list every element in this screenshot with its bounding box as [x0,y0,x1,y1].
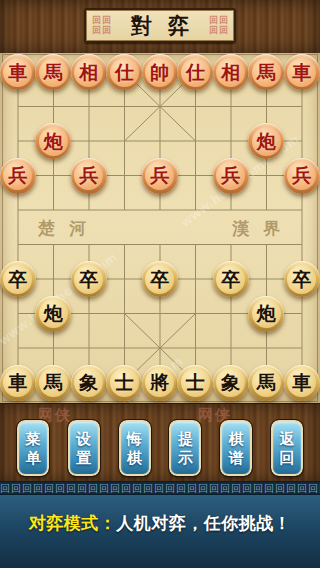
button-undo[interactable]: 悔棋 [119,420,151,476]
board-cell[interactable] [0,296,36,331]
board-cell[interactable] [107,89,143,124]
board-cell[interactable]: 卒 [71,262,107,297]
board-cell[interactable] [0,193,36,228]
board-cell[interactable] [178,331,214,366]
button-label: 悔棋 [127,429,142,468]
piece-face: 卒 [287,265,316,294]
board-cell[interactable] [178,124,214,159]
board-cell[interactable] [0,124,36,159]
plaque-ornament-left: 回 回 回 回 [92,16,111,35]
piece-black[interactable]: 卒 [71,261,107,297]
board-cell[interactable] [284,331,320,366]
piece-black[interactable]: 馬 [248,365,284,401]
piece-face: 象 [74,368,103,397]
board-cell[interactable]: 馬 [36,55,72,90]
piece-black[interactable]: 將 [142,365,178,401]
board-cell[interactable]: 車 [284,55,320,90]
status-line: 对弈模式：人机对弈，任你挑战！ [0,512,320,535]
piece-face: 馬 [39,368,68,397]
title-plaque: 回 回 回 回 對弈 回 回 回 回 [84,8,236,43]
button-label: 菜单 [26,429,41,468]
board-cell[interactable]: 兵 [0,158,36,193]
board-cell[interactable] [284,124,320,159]
spiral-ornament-icon: 回 [209,16,218,25]
piece-face: 馬 [39,58,68,87]
board-cell[interactable] [107,227,143,262]
piece-face: 馬 [252,368,281,397]
board-cell[interactable] [249,331,285,366]
board-cell[interactable]: 卒 [284,262,320,297]
board-cell[interactable]: 將 [142,365,178,400]
button-menu[interactable]: 菜单 [17,420,49,476]
piece-face: 將 [145,368,174,397]
piece-red[interactable]: 車 [284,54,320,90]
spiral-ornament-icon: 回 [209,26,218,35]
board-cell[interactable] [213,296,249,331]
board-cell[interactable] [36,331,72,366]
piece-red[interactable]: 兵 [284,158,320,194]
board-cell[interactable] [249,262,285,297]
board-cell[interactable]: 馬 [36,365,72,400]
board-cell[interactable]: 卒 [0,262,36,297]
piece-red[interactable]: 帥 [142,54,178,90]
status-panel: 对弈模式：人机对弈，任你挑战！ [0,495,320,568]
piece-face: 士 [181,368,210,397]
piece-red[interactable]: 兵 [71,158,107,194]
button-label: 棋谱 [229,429,244,468]
board-cell[interactable] [107,296,143,331]
board-cell[interactable] [213,89,249,124]
button-label: 提示 [178,429,193,468]
piece-black[interactable]: 象 [71,365,107,401]
board-cell[interactable] [36,227,72,262]
piece-red[interactable]: 炮 [35,123,71,159]
piece-face: 象 [216,368,245,397]
board-cell[interactable]: 車 [0,365,36,400]
board-cell[interactable]: 士 [107,365,143,400]
piece-face: 車 [3,368,32,397]
piece-face: 相 [74,58,103,87]
board-cell[interactable]: 帥 [142,55,178,90]
board-cell[interactable] [71,296,107,331]
piece-black[interactable]: 卒 [213,261,249,297]
piece-black[interactable]: 士 [177,365,213,401]
board-cell[interactable] [213,193,249,228]
piece-red[interactable]: 兵 [142,158,178,194]
piece-face: 相 [216,58,245,87]
board-cell[interactable] [213,124,249,159]
board-cell[interactable] [284,296,320,331]
button-label: 返回 [279,429,294,468]
board-cell[interactable] [71,124,107,159]
status-mode-label: 对弈模式： [29,514,117,533]
board-cell[interactable] [142,89,178,124]
board-cell[interactable] [36,193,72,228]
piece-black[interactable]: 車 [0,365,36,401]
top-wood-bar: 回 回 回 回 對弈 回 回 回 回 [0,0,320,54]
piece-black[interactable]: 炮 [35,296,71,332]
piece-face: 卒 [216,265,245,294]
piece-red[interactable]: 仕 [106,54,142,90]
piece-face: 炮 [252,299,281,328]
board-cell[interactable] [178,158,214,193]
board-cell[interactable]: 馬 [249,365,285,400]
piece-black[interactable]: 卒 [284,261,320,297]
board-cell[interactable]: 車 [284,365,320,400]
board-cell[interactable] [284,227,320,262]
board-cell[interactable] [107,331,143,366]
board-cell[interactable] [0,331,36,366]
board-cell[interactable] [213,331,249,366]
board-cell[interactable] [178,262,214,297]
button-hint[interactable]: 提示 [169,420,201,476]
piece-black[interactable]: 象 [213,365,249,401]
piece-face: 炮 [39,299,68,328]
board-cell[interactable] [36,262,72,297]
board-cell[interactable]: 相 [213,55,249,90]
piece-black[interactable]: 車 [284,365,320,401]
piece-face: 士 [110,368,139,397]
board-cell[interactable] [178,227,214,262]
piece-face: 兵 [216,161,245,190]
board-cell[interactable] [71,89,107,124]
piece-red[interactable]: 馬 [35,54,71,90]
board-cell[interactable] [142,296,178,331]
spiral-ornament-icon: 回 [219,26,228,35]
board-cell[interactable] [142,227,178,262]
toolbar-wood-bar: 网侠 网侠 菜单设置悔棋提示棋谱返回 [0,403,320,482]
board-cell[interactable] [178,296,214,331]
piece-face: 炮 [252,127,281,156]
piece-black[interactable]: 卒 [0,261,36,297]
board-cell[interactable] [0,227,36,262]
board-cell[interactable]: 卒 [142,262,178,297]
board-cell[interactable]: 炮 [249,296,285,331]
board-cell[interactable] [142,331,178,366]
board-cell[interactable]: 相 [71,55,107,90]
board-cell[interactable] [249,89,285,124]
board-cell[interactable] [36,89,72,124]
spiral-ornament-icon: 回 [102,16,111,25]
board-cell[interactable] [178,193,214,228]
piece-face: 車 [287,368,316,397]
board-cell[interactable] [71,227,107,262]
button-record[interactable]: 棋谱 [220,420,252,476]
piece-face: 兵 [74,161,103,190]
piece-red[interactable]: 馬 [248,54,284,90]
board-cell[interactable]: 兵 [284,158,320,193]
piece-face: 炮 [39,127,68,156]
piece-face: 馬 [252,58,281,87]
board-cell[interactable]: 兵 [142,158,178,193]
board-cell[interactable]: 炮 [36,124,72,159]
board-cell[interactable] [107,158,143,193]
status-message: 人机对弈，任你挑战！ [116,514,291,533]
board-cell[interactable]: 卒 [213,262,249,297]
piece-red[interactable]: 兵 [213,158,249,194]
piece-face: 卒 [145,265,174,294]
board-cell[interactable] [249,227,285,262]
board-cell[interactable] [284,193,320,228]
piece-face: 車 [287,58,316,87]
button-bar: 菜单设置悔棋提示棋谱返回 [17,420,303,476]
board-cell[interactable]: 仕 [107,55,143,90]
board-cell[interactable] [0,89,36,124]
spiral-ornament-icon: 回 [92,16,101,25]
board-cell[interactable]: 兵 [213,158,249,193]
piece-face: 兵 [287,161,316,190]
piece-red[interactable]: 兵 [0,158,36,194]
xiangqi-board: 楚河 漢界 www.hackhome.com www.hackhome.com … [0,53,320,403]
button-label: 设置 [76,429,91,468]
board-cell[interactable] [107,262,143,297]
board-cell[interactable] [142,193,178,228]
piece-face: 仕 [110,58,139,87]
piece-red[interactable]: 仕 [177,54,213,90]
meander-border: 回回回回回回回回回回回回回回回回回回回回回回回回回回回回回回回回回回回回回回回回… [0,481,320,495]
piece-red[interactable]: 相 [71,54,107,90]
app-screen: 回 回 回 回 對弈 回 回 回 回 [0,0,320,568]
board-cell[interactable] [284,89,320,124]
piece-black[interactable]: 炮 [248,296,284,332]
piece-red[interactable]: 車 [0,54,36,90]
spiral-ornament-icon: 回 [219,16,228,25]
spiral-ornament-icon: 回 [92,26,101,35]
piece-face: 帥 [145,58,174,87]
piece-red[interactable]: 炮 [248,123,284,159]
board-cell[interactable] [107,124,143,159]
board-cell[interactable] [71,331,107,366]
board-cell[interactable]: 車 [0,55,36,90]
board-cell[interactable] [178,89,214,124]
piece-red[interactable]: 相 [213,54,249,90]
board-grid: 車馬相仕帥仕相馬車炮炮兵兵兵兵兵卒卒卒卒卒炮炮車馬象士將士象馬車 [0,55,320,400]
board-cell[interactable]: 炮 [249,124,285,159]
board-cell[interactable]: 馬 [249,55,285,90]
board-cell[interactable]: 象 [71,365,107,400]
piece-face: 卒 [74,265,103,294]
button-back[interactable]: 返回 [271,420,303,476]
piece-face: 兵 [145,161,174,190]
board-cell[interactable] [107,193,143,228]
button-settings[interactable]: 设置 [68,420,100,476]
board-cell[interactable] [36,158,72,193]
board-cell[interactable] [213,227,249,262]
board-cell[interactable]: 兵 [71,158,107,193]
board-cell[interactable] [249,158,285,193]
board-cell[interactable]: 士 [178,365,214,400]
board-cell[interactable] [142,124,178,159]
piece-black[interactable]: 士 [106,365,142,401]
board-cell[interactable]: 仕 [178,55,214,90]
piece-black[interactable]: 卒 [142,261,178,297]
board-cell[interactable]: 炮 [36,296,72,331]
board-cell[interactable]: 象 [213,365,249,400]
piece-face: 卒 [3,265,32,294]
board-cell[interactable] [249,193,285,228]
piece-black[interactable]: 馬 [35,365,71,401]
piece-face: 仕 [181,58,210,87]
spiral-ornament-icon: 回 [102,26,111,35]
plaque-ornament-right: 回 回 回 回 [209,16,228,35]
piece-face: 兵 [3,161,32,190]
board-cell[interactable] [71,193,107,228]
piece-face: 車 [3,58,32,87]
page-title: 對弈 [111,10,209,41]
